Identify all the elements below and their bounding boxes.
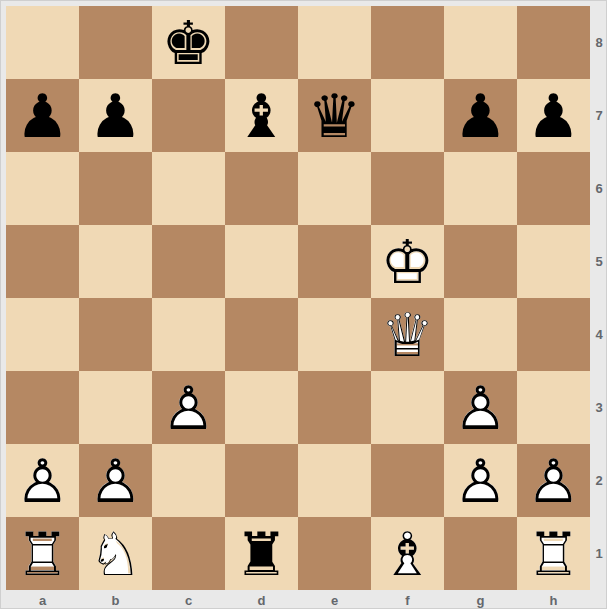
piece-white-pawn[interactable]: ♟♙ (10, 448, 76, 514)
square-d8[interactable] (225, 6, 298, 79)
square-c3[interactable]: ♟♙ (152, 371, 225, 444)
square-a4[interactable] (6, 298, 79, 371)
white-pawn-glyph-outline: ♙ (83, 448, 149, 514)
square-e1[interactable] (298, 517, 371, 590)
square-a2[interactable]: ♟♙ (6, 444, 79, 517)
rank-label-3: 3 (590, 400, 607, 415)
square-d5[interactable] (225, 225, 298, 298)
file-label-h: h (517, 592, 590, 609)
piece-white-pawn[interactable]: ♟♙ (521, 448, 587, 514)
white-pawn-glyph-outline: ♙ (521, 448, 587, 514)
rank-label-4: 4 (590, 327, 607, 342)
white-pawn-glyph-outline: ♙ (10, 448, 76, 514)
file-label-a: a (6, 592, 79, 609)
rank-label-1: 1 (590, 546, 607, 561)
square-g4[interactable] (444, 298, 517, 371)
piece-white-rook[interactable]: ♜♖ (521, 521, 587, 587)
square-h2[interactable]: ♟♙ (517, 444, 590, 517)
white-rook-glyph-outline: ♖ (521, 521, 587, 587)
square-a1[interactable]: ♜♖ (6, 517, 79, 590)
square-e4[interactable] (298, 298, 371, 371)
square-d2[interactable] (225, 444, 298, 517)
piece-white-pawn[interactable]: ♟♙ (83, 448, 149, 514)
square-h1[interactable]: ♜♖ (517, 517, 590, 590)
white-bishop-glyph-outline: ♗ (375, 521, 441, 587)
black-rook-glyph: ♜ (229, 521, 295, 587)
square-g5[interactable] (444, 225, 517, 298)
square-f7[interactable] (371, 79, 444, 152)
file-label-b: b (79, 592, 152, 609)
piece-black-king[interactable]: ♚ (156, 10, 222, 76)
square-d7[interactable]: ♝ (225, 79, 298, 152)
piece-white-pawn[interactable]: ♟♙ (448, 375, 514, 441)
square-d6[interactable] (225, 152, 298, 225)
square-g1[interactable] (444, 517, 517, 590)
piece-black-pawn[interactable]: ♟ (448, 83, 514, 149)
black-pawn-glyph: ♟ (83, 83, 149, 149)
square-b2[interactable]: ♟♙ (79, 444, 152, 517)
square-b8[interactable] (79, 6, 152, 79)
white-pawn-glyph-outline: ♙ (448, 375, 514, 441)
file-label-d: d (225, 592, 298, 609)
square-d4[interactable] (225, 298, 298, 371)
piece-black-pawn[interactable]: ♟ (83, 83, 149, 149)
square-g8[interactable] (444, 6, 517, 79)
square-b6[interactable] (79, 152, 152, 225)
square-d3[interactable] (225, 371, 298, 444)
square-g7[interactable]: ♟ (444, 79, 517, 152)
square-e6[interactable] (298, 152, 371, 225)
white-queen-glyph-outline: ♕ (375, 302, 441, 368)
chess-board: ♚♟♟♝♛♟♟♚♔♛♕♟♙♟♙♟♙♟♙♟♙♟♙♜♖♞♘♜♝♗♜♖ (6, 6, 590, 590)
piece-black-bishop[interactable]: ♝ (229, 83, 295, 149)
square-a8[interactable] (6, 6, 79, 79)
square-a3[interactable] (6, 371, 79, 444)
piece-white-knight[interactable]: ♞♘ (83, 521, 149, 587)
white-knight-glyph-outline: ♘ (83, 521, 149, 587)
square-b1[interactable]: ♞♘ (79, 517, 152, 590)
rank-label-6: 6 (590, 181, 607, 196)
file-label-f: f (371, 592, 444, 609)
square-e7[interactable]: ♛ (298, 79, 371, 152)
square-e5[interactable] (298, 225, 371, 298)
file-label-e: e (298, 592, 371, 609)
square-h8[interactable] (517, 6, 590, 79)
square-b7[interactable]: ♟ (79, 79, 152, 152)
white-pawn-glyph-outline: ♙ (448, 448, 514, 514)
square-f1[interactable]: ♝♗ (371, 517, 444, 590)
square-c7[interactable] (152, 79, 225, 152)
square-f8[interactable] (371, 6, 444, 79)
file-label-g: g (444, 592, 517, 609)
piece-black-rook[interactable]: ♜ (229, 521, 295, 587)
piece-white-pawn[interactable]: ♟♙ (156, 375, 222, 441)
square-h6[interactable] (517, 152, 590, 225)
square-g2[interactable]: ♟♙ (444, 444, 517, 517)
square-e8[interactable] (298, 6, 371, 79)
square-f6[interactable] (371, 152, 444, 225)
black-pawn-glyph: ♟ (521, 83, 587, 149)
piece-white-bishop[interactable]: ♝♗ (375, 521, 441, 587)
square-f2[interactable] (371, 444, 444, 517)
square-h4[interactable] (517, 298, 590, 371)
white-rook-glyph-outline: ♖ (10, 521, 76, 587)
square-f5[interactable]: ♚♔ (371, 225, 444, 298)
square-d1[interactable]: ♜ (225, 517, 298, 590)
square-e3[interactable] (298, 371, 371, 444)
square-h7[interactable]: ♟ (517, 79, 590, 152)
piece-white-pawn[interactable]: ♟♙ (448, 448, 514, 514)
black-pawn-glyph: ♟ (448, 83, 514, 149)
square-c4[interactable] (152, 298, 225, 371)
rank-label-5: 5 (590, 254, 607, 269)
piece-black-queen[interactable]: ♛ (302, 83, 368, 149)
square-b3[interactable] (79, 371, 152, 444)
piece-black-pawn[interactable]: ♟ (521, 83, 587, 149)
square-f3[interactable] (371, 371, 444, 444)
white-pawn-glyph-outline: ♙ (156, 375, 222, 441)
white-king-glyph-outline: ♔ (375, 229, 441, 295)
piece-white-queen[interactable]: ♛♕ (375, 302, 441, 368)
chess-app: ♚♟♟♝♛♟♟♚♔♛♕♟♙♟♙♟♙♟♙♟♙♟♙♜♖♞♘♜♝♗♜♖ 8765432… (0, 0, 607, 609)
square-h3[interactable] (517, 371, 590, 444)
square-b5[interactable] (79, 225, 152, 298)
square-a5[interactable] (6, 225, 79, 298)
square-c5[interactable] (152, 225, 225, 298)
square-f4[interactable]: ♛♕ (371, 298, 444, 371)
black-queen-glyph: ♛ (302, 83, 368, 149)
square-b4[interactable] (79, 298, 152, 371)
rank-label-7: 7 (590, 108, 607, 123)
piece-black-pawn[interactable]: ♟ (10, 83, 76, 149)
square-a6[interactable] (6, 152, 79, 225)
square-a7[interactable]: ♟ (6, 79, 79, 152)
square-c8[interactable]: ♚ (152, 6, 225, 79)
square-c2[interactable] (152, 444, 225, 517)
square-g6[interactable] (444, 152, 517, 225)
square-e2[interactable] (298, 444, 371, 517)
square-h5[interactable] (517, 225, 590, 298)
rank-label-8: 8 (590, 35, 607, 50)
square-g3[interactable]: ♟♙ (444, 371, 517, 444)
piece-white-rook[interactable]: ♜♖ (10, 521, 76, 587)
square-c6[interactable] (152, 152, 225, 225)
black-king-glyph: ♚ (156, 10, 222, 76)
file-label-c: c (152, 592, 225, 609)
black-bishop-glyph: ♝ (229, 83, 295, 149)
piece-white-king[interactable]: ♚♔ (375, 229, 441, 295)
square-c1[interactable] (152, 517, 225, 590)
rank-label-2: 2 (590, 473, 607, 488)
black-pawn-glyph: ♟ (10, 83, 76, 149)
